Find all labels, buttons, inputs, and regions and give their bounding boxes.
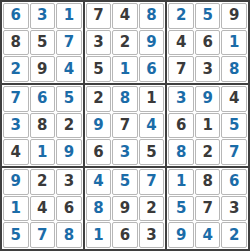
- box-2-1: 765382419: [2, 85, 83, 166]
- cell-r5c6[interactable]: 4: [139, 113, 165, 139]
- sudoku-app: 6318572947483295162594617387653824192819…: [0, 0, 250, 251]
- cell-r2c2[interactable]: 5: [30, 30, 56, 56]
- cell-r1c7[interactable]: 2: [168, 3, 194, 29]
- cell-r3c1[interactable]: 2: [3, 56, 29, 82]
- cell-r1c2[interactable]: 3: [30, 3, 56, 29]
- cell-r5c4[interactable]: 9: [86, 113, 112, 139]
- cell-r3c6[interactable]: 6: [139, 56, 165, 82]
- cell-r4c3[interactable]: 5: [56, 86, 82, 112]
- cell-r2c1[interactable]: 8: [3, 30, 29, 56]
- cell-r6c1[interactable]: 4: [3, 139, 29, 165]
- cell-r9c8[interactable]: 4: [195, 222, 221, 248]
- cell-r9c7[interactable]: 9: [168, 222, 194, 248]
- cell-r8c9[interactable]: 3: [221, 196, 247, 222]
- cell-r1c6[interactable]: 8: [139, 3, 165, 29]
- cell-r8c7[interactable]: 5: [168, 196, 194, 222]
- cell-r8c8[interactable]: 7: [195, 196, 221, 222]
- box-1-1: 631857294: [2, 2, 83, 83]
- box-2-2: 281974635: [85, 85, 166, 166]
- cell-r1c4[interactable]: 7: [86, 3, 112, 29]
- cell-r3c8[interactable]: 3: [195, 56, 221, 82]
- cell-r5c8[interactable]: 1: [195, 113, 221, 139]
- cell-r7c8[interactable]: 8: [195, 169, 221, 195]
- box-3-1: 923146578: [2, 168, 83, 249]
- cell-r4c1[interactable]: 7: [3, 86, 29, 112]
- cell-r9c2[interactable]: 7: [30, 222, 56, 248]
- cell-r6c8[interactable]: 2: [195, 139, 221, 165]
- cell-r8c6[interactable]: 2: [139, 196, 165, 222]
- cell-r8c5[interactable]: 9: [112, 196, 138, 222]
- cell-r5c3[interactable]: 2: [56, 113, 82, 139]
- cell-r9c9[interactable]: 2: [221, 222, 247, 248]
- cell-r4c2[interactable]: 6: [30, 86, 56, 112]
- cell-r6c5[interactable]: 3: [112, 139, 138, 165]
- cell-r4c4[interactable]: 2: [86, 86, 112, 112]
- cell-r3c2[interactable]: 9: [30, 56, 56, 82]
- box-1-2: 748329516: [85, 2, 166, 83]
- cell-r6c7[interactable]: 8: [168, 139, 194, 165]
- box-3-2: 457892163: [85, 168, 166, 249]
- cell-r6c6[interactable]: 5: [139, 139, 165, 165]
- cell-r2c3[interactable]: 7: [56, 30, 82, 56]
- cell-r5c1[interactable]: 3: [3, 113, 29, 139]
- cell-r7c5[interactable]: 5: [112, 169, 138, 195]
- cell-r4c9[interactable]: 4: [221, 86, 247, 112]
- cell-r6c4[interactable]: 6: [86, 139, 112, 165]
- cell-r5c7[interactable]: 6: [168, 113, 194, 139]
- cell-r8c3[interactable]: 6: [56, 196, 82, 222]
- cell-r9c1[interactable]: 5: [3, 222, 29, 248]
- cell-r8c4[interactable]: 8: [86, 196, 112, 222]
- cell-r1c5[interactable]: 4: [112, 3, 138, 29]
- cell-r2c8[interactable]: 6: [195, 30, 221, 56]
- cell-r8c1[interactable]: 1: [3, 196, 29, 222]
- cell-r7c6[interactable]: 7: [139, 169, 165, 195]
- cell-r7c2[interactable]: 2: [30, 169, 56, 195]
- cell-r6c3[interactable]: 9: [56, 139, 82, 165]
- cell-r7c3[interactable]: 3: [56, 169, 82, 195]
- cell-r4c6[interactable]: 1: [139, 86, 165, 112]
- cell-r4c7[interactable]: 3: [168, 86, 194, 112]
- cell-r3c3[interactable]: 4: [56, 56, 82, 82]
- cell-r3c9[interactable]: 8: [221, 56, 247, 82]
- cell-r6c2[interactable]: 1: [30, 139, 56, 165]
- cell-r3c4[interactable]: 5: [86, 56, 112, 82]
- cell-r2c4[interactable]: 3: [86, 30, 112, 56]
- cell-r9c4[interactable]: 1: [86, 222, 112, 248]
- cell-r7c7[interactable]: 1: [168, 169, 194, 195]
- cell-r2c6[interactable]: 9: [139, 30, 165, 56]
- cell-r3c7[interactable]: 7: [168, 56, 194, 82]
- cell-r7c1[interactable]: 9: [3, 169, 29, 195]
- cell-r6c9[interactable]: 7: [221, 139, 247, 165]
- cell-r1c3[interactable]: 1: [56, 3, 82, 29]
- box-3-3: 186573942: [167, 168, 248, 249]
- cell-r5c2[interactable]: 8: [30, 113, 56, 139]
- cell-r4c5[interactable]: 8: [112, 86, 138, 112]
- cell-r1c9[interactable]: 9: [221, 3, 247, 29]
- sudoku-board: 6318572947483295162594617387653824192819…: [0, 0, 250, 251]
- cell-r8c2[interactable]: 4: [30, 196, 56, 222]
- box-1-3: 259461738: [167, 2, 248, 83]
- cell-r9c6[interactable]: 3: [139, 222, 165, 248]
- cell-r2c5[interactable]: 2: [112, 30, 138, 56]
- cell-r7c9[interactable]: 6: [221, 169, 247, 195]
- cell-r1c1[interactable]: 6: [3, 3, 29, 29]
- cell-r5c5[interactable]: 7: [112, 113, 138, 139]
- cell-r9c3[interactable]: 8: [56, 222, 82, 248]
- cell-r4c8[interactable]: 9: [195, 86, 221, 112]
- cell-r3c5[interactable]: 1: [112, 56, 138, 82]
- cell-r9c5[interactable]: 6: [112, 222, 138, 248]
- cell-r2c9[interactable]: 1: [221, 30, 247, 56]
- cell-r7c4[interactable]: 4: [86, 169, 112, 195]
- cell-r2c7[interactable]: 4: [168, 30, 194, 56]
- cell-r1c8[interactable]: 5: [195, 3, 221, 29]
- box-2-3: 394615827: [167, 85, 248, 166]
- cell-r5c9[interactable]: 5: [221, 113, 247, 139]
